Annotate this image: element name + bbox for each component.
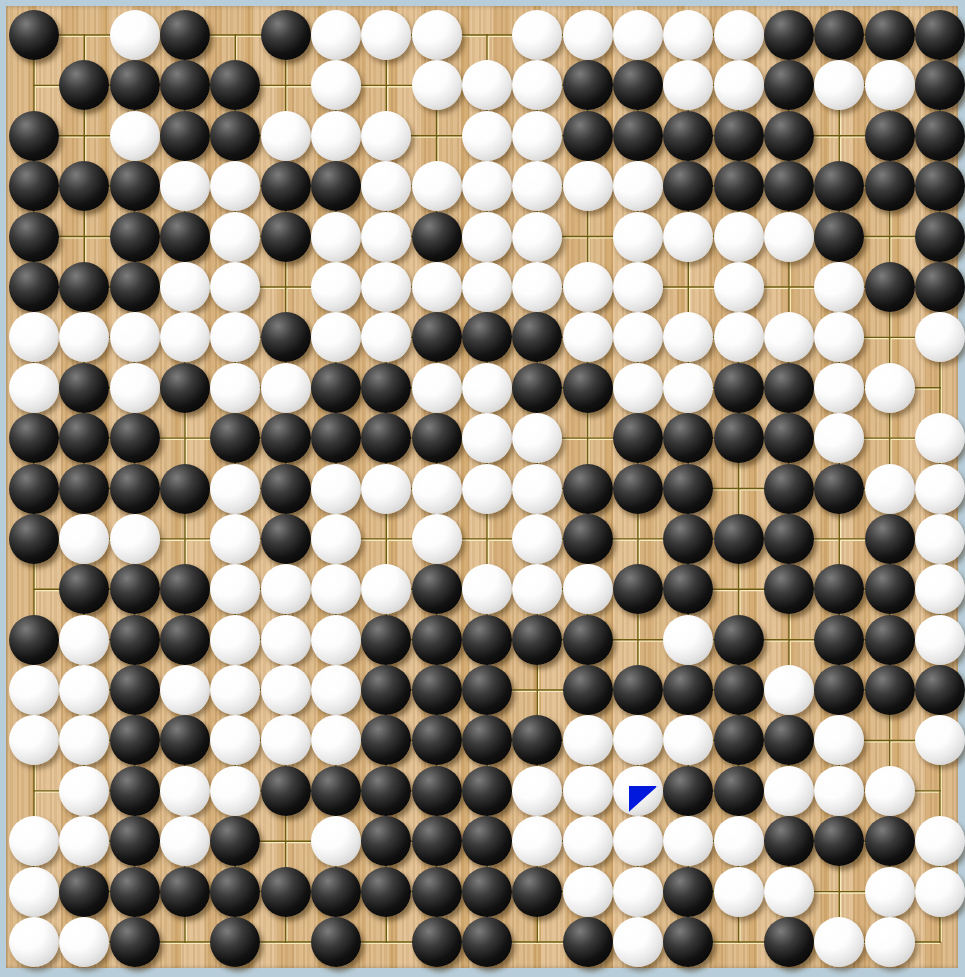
black-stone — [412, 212, 462, 262]
white-stone — [613, 262, 663, 312]
black-stone — [865, 564, 915, 614]
white-stone — [865, 363, 915, 413]
white-stone — [110, 514, 160, 564]
black-stone — [814, 161, 864, 211]
white-stone — [462, 161, 512, 211]
white-stone — [412, 262, 462, 312]
black-stone — [361, 363, 411, 413]
white-stone — [261, 615, 311, 665]
white-stone — [261, 111, 311, 161]
black-stone — [110, 212, 160, 262]
white-stone — [462, 464, 512, 514]
black-stone — [663, 514, 713, 564]
white-stone — [160, 262, 210, 312]
black-stone — [160, 715, 210, 765]
black-stone — [412, 312, 462, 362]
white-stone — [512, 10, 562, 60]
black-stone — [865, 111, 915, 161]
black-stone — [160, 60, 210, 110]
white-stone — [361, 10, 411, 60]
white-stone — [261, 665, 311, 715]
black-stone — [210, 111, 260, 161]
white-stone — [210, 161, 260, 211]
white-stone — [563, 262, 613, 312]
black-stone — [865, 615, 915, 665]
black-stone — [865, 514, 915, 564]
white-stone — [714, 10, 764, 60]
white-stone — [412, 464, 462, 514]
black-stone — [210, 413, 260, 463]
white-stone — [714, 212, 764, 262]
white-stone — [210, 212, 260, 262]
black-stone — [462, 665, 512, 715]
black-stone — [865, 10, 915, 60]
black-stone — [462, 867, 512, 917]
black-stone — [9, 212, 59, 262]
black-stone — [110, 464, 160, 514]
black-stone — [361, 665, 411, 715]
white-stone — [814, 715, 864, 765]
black-stone — [764, 363, 814, 413]
white-stone — [160, 665, 210, 715]
black-stone — [261, 161, 311, 211]
white-stone — [311, 816, 361, 866]
black-stone — [814, 10, 864, 60]
white-stone — [210, 363, 260, 413]
black-stone — [110, 867, 160, 917]
white-stone — [311, 514, 361, 564]
white-stone — [210, 766, 260, 816]
white-stone — [663, 615, 713, 665]
black-stone — [412, 665, 462, 715]
black-stone — [865, 262, 915, 312]
white-stone — [59, 766, 109, 816]
white-stone — [412, 10, 462, 60]
black-stone — [311, 363, 361, 413]
black-stone — [160, 464, 210, 514]
white-stone — [261, 363, 311, 413]
black-stone — [563, 464, 613, 514]
white-stone — [512, 111, 562, 161]
white-stone — [412, 363, 462, 413]
white-stone — [814, 766, 864, 816]
white-stone — [361, 262, 411, 312]
black-stone — [160, 615, 210, 665]
black-stone — [261, 464, 311, 514]
black-stone — [814, 212, 864, 262]
white-stone — [764, 312, 814, 362]
white-stone — [865, 464, 915, 514]
black-stone — [764, 464, 814, 514]
black-stone — [261, 766, 311, 816]
white-stone — [714, 262, 764, 312]
white-stone — [814, 312, 864, 362]
white-stone — [915, 413, 965, 463]
black-stone — [462, 816, 512, 866]
black-stone — [663, 917, 713, 967]
white-stone — [814, 363, 864, 413]
white-stone — [814, 413, 864, 463]
black-stone — [714, 363, 764, 413]
white-stone — [613, 312, 663, 362]
white-stone — [311, 111, 361, 161]
white-stone — [462, 111, 512, 161]
black-stone — [9, 262, 59, 312]
white-stone — [311, 564, 361, 614]
black-stone — [714, 111, 764, 161]
white-stone — [563, 816, 613, 866]
white-stone — [512, 766, 562, 816]
white-stone — [311, 615, 361, 665]
black-stone — [663, 766, 713, 816]
black-stone — [160, 564, 210, 614]
white-stone — [814, 917, 864, 967]
black-stone — [714, 715, 764, 765]
white-stone — [915, 867, 965, 917]
black-stone — [714, 161, 764, 211]
white-stone — [462, 564, 512, 614]
black-stone — [261, 413, 311, 463]
black-stone — [210, 60, 260, 110]
white-stone — [563, 564, 613, 614]
black-stone — [563, 665, 613, 715]
white-stone — [865, 60, 915, 110]
black-stone — [814, 665, 864, 715]
white-stone — [9, 665, 59, 715]
white-stone — [512, 212, 562, 262]
white-stone — [814, 262, 864, 312]
black-stone — [412, 564, 462, 614]
white-stone — [361, 212, 411, 262]
black-stone — [361, 413, 411, 463]
black-stone — [613, 665, 663, 715]
white-stone — [261, 715, 311, 765]
black-stone — [462, 917, 512, 967]
white-stone — [563, 10, 613, 60]
black-stone — [764, 161, 814, 211]
white-stone — [9, 917, 59, 967]
white-stone — [59, 715, 109, 765]
white-stone — [210, 262, 260, 312]
white-stone — [59, 514, 109, 564]
black-stone — [915, 111, 965, 161]
white-stone — [59, 615, 109, 665]
white-stone — [915, 514, 965, 564]
white-stone — [361, 312, 411, 362]
black-stone — [59, 60, 109, 110]
black-stone — [110, 564, 160, 614]
black-stone — [512, 312, 562, 362]
white-stone — [915, 464, 965, 514]
white-stone — [714, 816, 764, 866]
white-stone — [110, 111, 160, 161]
white-stone — [361, 464, 411, 514]
white-stone — [613, 212, 663, 262]
white-stone — [9, 312, 59, 362]
black-stone — [110, 766, 160, 816]
black-stone — [563, 363, 613, 413]
black-stone — [210, 917, 260, 967]
white-stone — [110, 312, 160, 362]
white-stone — [563, 766, 613, 816]
black-stone — [311, 917, 361, 967]
white-stone — [865, 917, 915, 967]
white-stone — [512, 816, 562, 866]
black-stone — [261, 212, 311, 262]
black-stone — [865, 161, 915, 211]
white-stone — [462, 363, 512, 413]
black-stone — [663, 867, 713, 917]
black-stone — [663, 464, 713, 514]
white-stone — [512, 161, 562, 211]
white-stone — [311, 262, 361, 312]
black-stone — [160, 212, 210, 262]
black-stone — [361, 766, 411, 816]
white-stone — [915, 715, 965, 765]
white-stone — [261, 564, 311, 614]
white-stone — [210, 564, 260, 614]
black-stone — [462, 715, 512, 765]
black-stone — [714, 413, 764, 463]
black-stone — [563, 615, 613, 665]
black-stone — [311, 867, 361, 917]
black-stone — [714, 665, 764, 715]
white-stone — [462, 413, 512, 463]
white-stone — [210, 312, 260, 362]
black-stone — [714, 615, 764, 665]
black-stone — [714, 514, 764, 564]
go-app-window — [0, 0, 965, 977]
white-stone — [210, 514, 260, 564]
black-stone — [9, 111, 59, 161]
black-stone — [613, 413, 663, 463]
white-stone — [613, 917, 663, 967]
white-stone — [210, 665, 260, 715]
black-stone — [663, 161, 713, 211]
white-stone — [613, 867, 663, 917]
black-stone — [412, 917, 462, 967]
black-stone — [563, 60, 613, 110]
black-stone — [110, 161, 160, 211]
black-stone — [663, 564, 713, 614]
black-stone — [563, 111, 613, 161]
white-stone — [613, 363, 663, 413]
white-stone — [412, 161, 462, 211]
white-stone — [764, 766, 814, 816]
black-stone — [814, 615, 864, 665]
black-stone — [814, 564, 864, 614]
black-stone — [563, 917, 613, 967]
white-stone — [462, 212, 512, 262]
white-stone — [714, 867, 764, 917]
black-stone — [814, 464, 864, 514]
black-stone — [59, 363, 109, 413]
black-stone — [512, 867, 562, 917]
black-stone — [261, 312, 311, 362]
black-stone — [462, 766, 512, 816]
black-stone — [59, 262, 109, 312]
white-stone — [160, 816, 210, 866]
black-stone — [261, 514, 311, 564]
white-stone — [613, 715, 663, 765]
black-stone — [110, 60, 160, 110]
black-stone — [110, 262, 160, 312]
black-stone — [361, 715, 411, 765]
black-stone — [412, 715, 462, 765]
white-stone — [311, 665, 361, 715]
black-stone — [764, 564, 814, 614]
black-stone — [412, 615, 462, 665]
white-stone — [915, 816, 965, 866]
black-stone — [261, 867, 311, 917]
black-stone — [764, 10, 814, 60]
black-stone — [160, 363, 210, 413]
black-stone — [613, 564, 663, 614]
white-stone — [412, 514, 462, 564]
black-stone — [361, 867, 411, 917]
black-stone — [764, 715, 814, 765]
white-stone — [210, 615, 260, 665]
white-stone — [412, 60, 462, 110]
white-stone — [714, 60, 764, 110]
black-stone — [110, 816, 160, 866]
white-stone — [512, 464, 562, 514]
black-stone — [915, 10, 965, 60]
black-stone — [915, 60, 965, 110]
white-stone — [9, 363, 59, 413]
white-stone — [110, 10, 160, 60]
white-stone — [210, 464, 260, 514]
black-stone — [764, 111, 814, 161]
white-stone — [915, 312, 965, 362]
black-stone — [412, 816, 462, 866]
black-stone — [9, 161, 59, 211]
white-stone — [512, 262, 562, 312]
white-stone — [9, 816, 59, 866]
white-stone — [59, 665, 109, 715]
white-stone — [663, 10, 713, 60]
white-stone — [160, 312, 210, 362]
white-stone — [613, 816, 663, 866]
white-stone — [160, 766, 210, 816]
white-stone — [361, 161, 411, 211]
black-stone — [9, 413, 59, 463]
black-stone — [663, 413, 713, 463]
go-board[interactable] — [0, 0, 965, 977]
white-stone — [915, 615, 965, 665]
black-stone — [512, 715, 562, 765]
black-stone — [714, 766, 764, 816]
white-stone — [764, 665, 814, 715]
black-stone — [9, 464, 59, 514]
black-stone — [160, 111, 210, 161]
white-stone — [311, 10, 361, 60]
black-stone — [512, 363, 562, 413]
white-stone — [311, 715, 361, 765]
black-stone — [764, 514, 814, 564]
black-stone — [613, 464, 663, 514]
black-stone — [613, 111, 663, 161]
black-stone — [412, 413, 462, 463]
white-stone — [311, 60, 361, 110]
black-stone — [110, 917, 160, 967]
white-stone — [361, 564, 411, 614]
black-stone — [361, 615, 411, 665]
black-stone — [9, 10, 59, 60]
white-stone — [512, 564, 562, 614]
white-stone — [311, 312, 361, 362]
white-stone — [311, 464, 361, 514]
black-stone — [814, 816, 864, 866]
black-stone — [865, 665, 915, 715]
black-stone — [613, 60, 663, 110]
white-stone — [865, 766, 915, 816]
black-stone — [160, 867, 210, 917]
white-stone — [663, 312, 713, 362]
white-stone — [563, 715, 613, 765]
black-stone — [764, 60, 814, 110]
white-stone — [764, 212, 814, 262]
white-stone — [9, 715, 59, 765]
white-stone — [814, 60, 864, 110]
black-stone — [361, 816, 411, 866]
black-stone — [915, 161, 965, 211]
white-stone — [512, 514, 562, 564]
black-stone — [110, 665, 160, 715]
white-stone — [613, 10, 663, 60]
black-stone — [311, 161, 361, 211]
black-stone — [160, 10, 210, 60]
black-stone — [915, 665, 965, 715]
black-stone — [311, 413, 361, 463]
white-stone — [663, 363, 713, 413]
white-stone — [563, 161, 613, 211]
black-stone — [261, 10, 311, 60]
white-stone — [462, 262, 512, 312]
white-stone — [663, 212, 713, 262]
black-stone — [412, 867, 462, 917]
black-stone — [110, 615, 160, 665]
white-stone — [160, 161, 210, 211]
white-stone — [462, 60, 512, 110]
black-stone — [110, 715, 160, 765]
black-stone — [210, 867, 260, 917]
white-stone — [613, 161, 663, 211]
black-stone — [865, 816, 915, 866]
white-stone — [915, 564, 965, 614]
white-stone — [663, 816, 713, 866]
white-stone — [110, 363, 160, 413]
black-stone — [462, 312, 512, 362]
white-stone — [210, 715, 260, 765]
white-stone — [512, 60, 562, 110]
black-stone — [59, 464, 109, 514]
black-stone — [210, 816, 260, 866]
black-stone — [311, 766, 361, 816]
black-stone — [9, 615, 59, 665]
black-stone — [764, 917, 814, 967]
black-stone — [663, 111, 713, 161]
white-stone — [59, 816, 109, 866]
black-stone — [915, 262, 965, 312]
white-stone — [714, 312, 764, 362]
white-stone — [59, 312, 109, 362]
black-stone — [663, 665, 713, 715]
white-stone — [59, 917, 109, 967]
white-stone — [663, 715, 713, 765]
white-stone — [563, 867, 613, 917]
black-stone — [412, 766, 462, 816]
